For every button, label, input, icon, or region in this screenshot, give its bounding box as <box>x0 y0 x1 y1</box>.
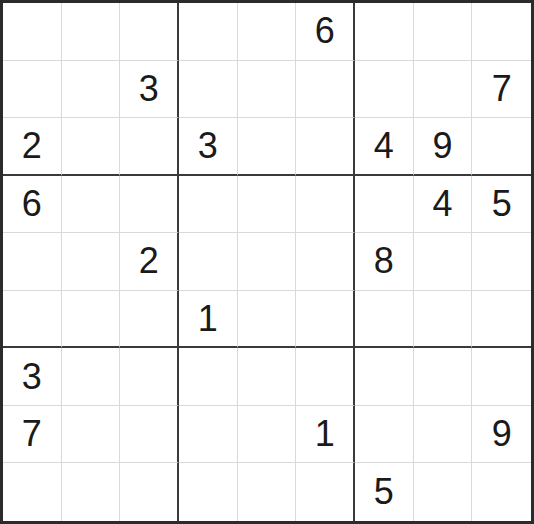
sudoku-cell-r6c7[interactable] <box>355 291 414 349</box>
sudoku-cell-r7c7[interactable] <box>355 348 414 406</box>
sudoku-cell-r9c6[interactable] <box>296 463 355 521</box>
sudoku-cell-r5c8[interactable] <box>414 233 473 291</box>
sudoku-cell-r6c8[interactable] <box>414 291 473 349</box>
sudoku-cell-r1c7[interactable] <box>355 3 414 61</box>
sudoku-cell-r8c5[interactable] <box>238 406 297 464</box>
sudoku-cell-r6c1[interactable] <box>3 291 62 349</box>
sudoku-cell-r8c9[interactable]: 9 <box>472 406 531 464</box>
sudoku-cell-r2c7[interactable] <box>355 61 414 119</box>
sudoku-cell-r3c3[interactable] <box>120 118 179 176</box>
sudoku-cell-r9c3[interactable] <box>120 463 179 521</box>
sudoku-cell-r7c1[interactable]: 3 <box>3 348 62 406</box>
sudoku-cell-r2c5[interactable] <box>238 61 297 119</box>
sudoku-cell-r6c9[interactable] <box>472 291 531 349</box>
sudoku-cell-r4c4[interactable] <box>179 176 238 234</box>
sudoku-cell-r4c8[interactable]: 4 <box>414 176 473 234</box>
sudoku-cell-r7c4[interactable] <box>179 348 238 406</box>
sudoku-cell-r7c5[interactable] <box>238 348 297 406</box>
sudoku-cell-r3c1[interactable]: 2 <box>3 118 62 176</box>
sudoku-cell-r4c3[interactable] <box>120 176 179 234</box>
sudoku-cell-r3c7[interactable]: 4 <box>355 118 414 176</box>
sudoku-cell-r4c5[interactable] <box>238 176 297 234</box>
sudoku-cell-r5c6[interactable] <box>296 233 355 291</box>
sudoku-cell-r2c2[interactable] <box>62 61 121 119</box>
sudoku-cell-r5c2[interactable] <box>62 233 121 291</box>
sudoku-cell-r9c8[interactable] <box>414 463 473 521</box>
sudoku-cell-r1c1[interactable] <box>3 3 62 61</box>
sudoku-cell-r6c3[interactable] <box>120 291 179 349</box>
sudoku-cell-r8c1[interactable]: 7 <box>3 406 62 464</box>
sudoku-cell-r3c9[interactable] <box>472 118 531 176</box>
sudoku-cell-r2c9[interactable]: 7 <box>472 61 531 119</box>
sudoku-cell-r5c9[interactable] <box>472 233 531 291</box>
sudoku-cell-r2c3[interactable]: 3 <box>120 61 179 119</box>
sudoku-cell-r3c6[interactable] <box>296 118 355 176</box>
sudoku-cell-r5c5[interactable] <box>238 233 297 291</box>
sudoku-cell-r3c4[interactable]: 3 <box>179 118 238 176</box>
sudoku-cell-r1c3[interactable] <box>120 3 179 61</box>
sudoku-cell-r1c5[interactable] <box>238 3 297 61</box>
sudoku-cell-r7c2[interactable] <box>62 348 121 406</box>
sudoku-cell-r9c1[interactable] <box>3 463 62 521</box>
sudoku-cell-r4c2[interactable] <box>62 176 121 234</box>
sudoku-cell-r6c6[interactable] <box>296 291 355 349</box>
sudoku-cell-r8c7[interactable] <box>355 406 414 464</box>
sudoku-cell-r7c6[interactable] <box>296 348 355 406</box>
sudoku-cell-r2c6[interactable] <box>296 61 355 119</box>
sudoku-cell-r9c9[interactable] <box>472 463 531 521</box>
sudoku-cell-r3c5[interactable] <box>238 118 297 176</box>
sudoku-cell-r4c6[interactable] <box>296 176 355 234</box>
sudoku-cell-r8c6[interactable]: 1 <box>296 406 355 464</box>
sudoku-cell-r6c2[interactable] <box>62 291 121 349</box>
sudoku-cell-r8c3[interactable] <box>120 406 179 464</box>
sudoku-board: 637234964528137195 <box>0 0 534 524</box>
sudoku-cell-r2c8[interactable] <box>414 61 473 119</box>
sudoku-cell-r1c2[interactable] <box>62 3 121 61</box>
sudoku-cell-r4c1[interactable]: 6 <box>3 176 62 234</box>
sudoku-cell-r1c4[interactable] <box>179 3 238 61</box>
sudoku-cell-r3c8[interactable]: 9 <box>414 118 473 176</box>
sudoku-cell-r8c2[interactable] <box>62 406 121 464</box>
sudoku-cell-r1c8[interactable] <box>414 3 473 61</box>
sudoku-cell-r9c4[interactable] <box>179 463 238 521</box>
sudoku-cell-r2c1[interactable] <box>3 61 62 119</box>
sudoku-cell-r7c8[interactable] <box>414 348 473 406</box>
sudoku-cell-r3c2[interactable] <box>62 118 121 176</box>
sudoku-cell-r7c3[interactable] <box>120 348 179 406</box>
sudoku-cell-r9c7[interactable]: 5 <box>355 463 414 521</box>
sudoku-cell-r5c4[interactable] <box>179 233 238 291</box>
sudoku-cell-r4c9[interactable]: 5 <box>472 176 531 234</box>
sudoku-cell-r8c8[interactable] <box>414 406 473 464</box>
sudoku-cell-r1c9[interactable] <box>472 3 531 61</box>
sudoku-cell-r5c7[interactable]: 8 <box>355 233 414 291</box>
sudoku-cell-r9c5[interactable] <box>238 463 297 521</box>
sudoku-cell-r5c1[interactable] <box>3 233 62 291</box>
sudoku-cell-r9c2[interactable] <box>62 463 121 521</box>
sudoku-cell-r7c9[interactable] <box>472 348 531 406</box>
sudoku-cell-r6c5[interactable] <box>238 291 297 349</box>
sudoku-cell-r2c4[interactable] <box>179 61 238 119</box>
sudoku-cell-r4c7[interactable] <box>355 176 414 234</box>
sudoku-cell-r6c4[interactable]: 1 <box>179 291 238 349</box>
sudoku-cell-r8c4[interactable] <box>179 406 238 464</box>
sudoku-puzzle: 637234964528137195 <box>0 0 534 524</box>
sudoku-cell-r5c3[interactable]: 2 <box>120 233 179 291</box>
sudoku-cell-r1c6[interactable]: 6 <box>296 3 355 61</box>
